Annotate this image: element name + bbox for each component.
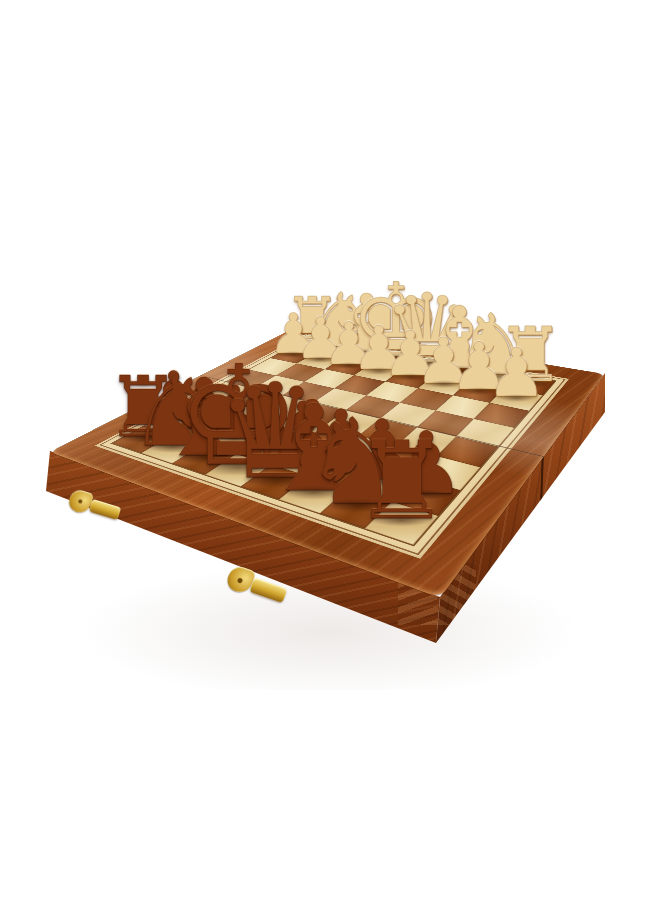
fold-seam-side-crack [540, 455, 544, 501]
product-photo: ♜♞♝♚♛♝♞♜♟♟♟♟♟♟♟♟♟♟♟♟♟♟♟♟♜♞♝♚♛♝♞♜ [0, 0, 660, 900]
clasp-plate-icon [89, 499, 121, 520]
chess-set-scene: ♜♞♝♚♛♝♞♜♟♟♟♟♟♟♟♟♟♟♟♟♟♟♟♟♜♞♝♚♛♝♞♜ [0, 0, 660, 900]
clasp-plate-icon [249, 578, 287, 604]
